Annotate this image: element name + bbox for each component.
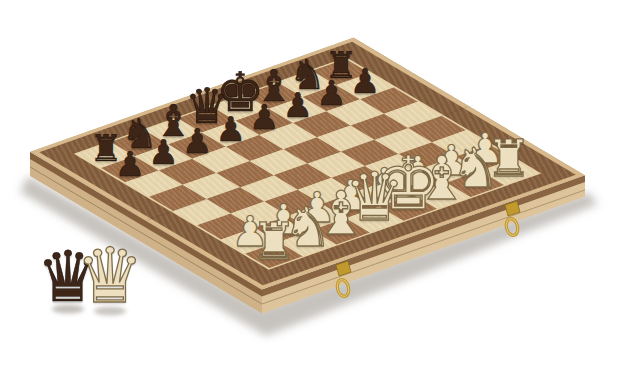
piece-black-pawn-e7: ♟ (249, 100, 279, 134)
pieces-layer: ♜♞♝♛♚♝♞♜♟♟♟♟♟♟♟♟♟♟♟♟♟♟♟♟♜♞♝♛♚♝♞♜♛♛ (0, 0, 627, 376)
spare-white-queen: ♛ (76, 238, 144, 314)
piece-black-pawn-c7: ♟ (182, 124, 212, 158)
piece-black-pawn-h7: ♟ (350, 64, 380, 98)
piece-black-pawn-b7: ♟ (148, 135, 178, 169)
piece-black-pawn-a7: ♟ (115, 147, 145, 181)
piece-white-rook-a1: ♜ (251, 216, 297, 267)
piece-black-pawn-d7: ♟ (215, 112, 245, 146)
piece-black-pawn-g7: ♟ (316, 76, 346, 110)
chess-set-photo: ♜♞♝♛♚♝♞♜♟♟♟♟♟♟♟♟♟♟♟♟♟♟♟♟♜♞♝♛♚♝♞♜♛♛ (0, 0, 627, 376)
piece-black-pawn-f7: ♟ (283, 88, 313, 122)
